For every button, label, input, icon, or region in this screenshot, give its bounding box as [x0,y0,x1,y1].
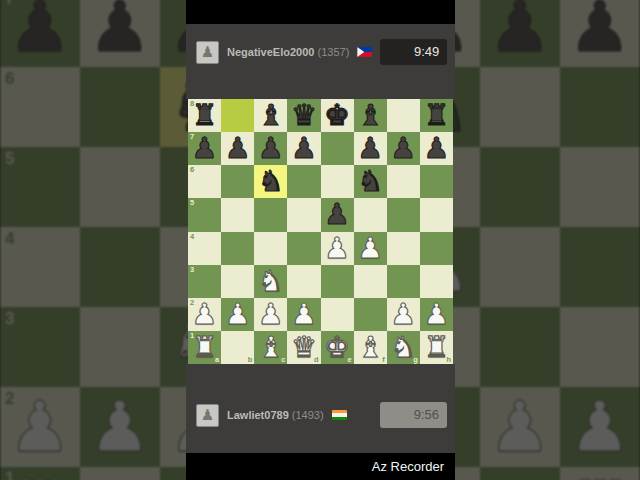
coord-rank-2: 2 [190,299,194,307]
square-b5[interactable] [221,198,254,231]
square-d5[interactable] [287,198,320,231]
coord-file-a: a [215,356,219,364]
clock-top-time: 9:49 [414,44,439,59]
avatar-top[interactable]: ♟ [196,41,219,64]
square-d1[interactable]: d♛ [287,331,320,364]
square-g7[interactable]: ♟ [387,132,420,165]
square-d6[interactable] [287,165,320,198]
square-h5[interactable] [420,198,453,231]
square-h1[interactable]: h♜ [420,331,453,364]
piece-white-pawn[interactable]: ♟ [390,300,416,329]
piece-black-pawn[interactable]: ♟ [192,134,218,163]
square-b1[interactable]: b [221,331,254,364]
piece-white-pawn[interactable]: ♟ [225,300,251,329]
square-g5[interactable] [387,198,420,231]
bottom-player-panel: ♟ Lawliet0789 (1493) 9:56 [186,364,455,453]
piece-white-pawn[interactable]: ♟ [291,300,317,329]
clock-bottom: 9:56 [380,402,447,428]
square-h3[interactable] [420,265,453,298]
square-c3[interactable]: ♞ [254,265,287,298]
square-e1[interactable]: e♚ [321,331,354,364]
clock-bottom-time: 9:56 [414,407,439,422]
piece-white-pawn[interactable]: ♟ [258,300,284,329]
piece-black-rook[interactable]: ♜ [423,101,449,130]
square-e5[interactable]: ♟ [321,198,354,231]
square-c8[interactable]: ♝ [254,99,287,132]
square-h2[interactable]: ♟ [420,298,453,331]
coord-rank-1: 1 [190,332,194,340]
default-avatar-icon: ♟ [201,45,214,60]
square-f4[interactable]: ♟ [354,232,387,265]
square-e7[interactable] [321,132,354,165]
piece-white-bishop[interactable]: ♝ [258,333,284,362]
square-c1[interactable]: c♝ [254,331,287,364]
square-b2[interactable]: ♟ [221,298,254,331]
chess-board: 8♜♝♛♚♝♜7♟♟♟♟♟♟♟6♞♞5♟4♟♟3♞2♟♟♟♟♟♟1a♜bc♝d♛… [188,99,453,364]
square-g6[interactable] [387,165,420,198]
coord-file-g: g [413,356,418,364]
piece-white-king[interactable]: ♚ [324,333,350,362]
square-d2[interactable]: ♟ [287,298,320,331]
clock-top: 9:49 [380,39,447,65]
square-f1[interactable]: f♝ [354,331,387,364]
piece-white-pawn[interactable]: ♟ [192,300,218,329]
square-f7[interactable]: ♟ [354,132,387,165]
piece-white-pawn[interactable]: ♟ [324,234,350,263]
coord-file-f: f [382,356,385,364]
square-g2[interactable]: ♟ [387,298,420,331]
screen: 8♜♝♛♚♝♜7♟♟♟♟♟♟♟6♞♞5♟4♟♟3♞2♟♟♟♟♟♟1a♜bc♝d♛… [0,0,640,480]
coord-file-c: c [281,356,285,364]
piece-black-pawn[interactable]: ♟ [423,134,449,163]
player-top-row[interactable]: ♟ NegativeElo2000 (1357) 9:49 [186,24,455,65]
player-top-name-line: NegativeElo2000 (1357) [227,46,349,58]
square-e2[interactable] [321,298,354,331]
coord-rank-6: 6 [190,166,194,174]
player-bottom-rating: (1493) [292,409,324,421]
square-h6[interactable] [420,165,453,198]
piece-black-bishop[interactable]: ♝ [258,101,284,130]
square-a2[interactable]: 2♟ [188,298,221,331]
square-f5[interactable] [354,198,387,231]
coord-file-e: e [347,356,351,364]
player-bottom-row[interactable]: ♟ Lawliet0789 (1493) 9:56 [186,364,455,428]
coord-rank-5: 5 [190,199,194,207]
bottom-letterbox-bar: Az Recorder [186,453,455,480]
square-a7[interactable]: 7♟ [188,132,221,165]
player-top-name: NegativeElo2000 [227,46,314,58]
piece-black-rook[interactable]: ♜ [192,101,218,130]
square-d8[interactable]: ♛ [287,99,320,132]
piece-white-bishop[interactable]: ♝ [357,333,383,362]
square-e6[interactable] [321,165,354,198]
player-bottom-name-line: Lawliet0789 (1493) [227,409,324,421]
coord-rank-3: 3 [190,266,194,274]
top-player-panel: ♟ NegativeElo2000 (1357) 9:49 [186,24,455,99]
square-e8[interactable]: ♚ [321,99,354,132]
square-b4[interactable] [221,232,254,265]
square-h7[interactable]: ♟ [420,132,453,165]
player-top-rating: (1357) [318,46,350,58]
square-f6[interactable]: ♞ [354,165,387,198]
square-d3[interactable] [287,265,320,298]
square-g8[interactable] [387,99,420,132]
piece-black-bishop[interactable]: ♝ [357,101,383,130]
square-b6[interactable] [221,165,254,198]
coord-rank-4: 4 [190,233,194,241]
piece-black-pawn[interactable]: ♟ [291,134,317,163]
square-h4[interactable] [420,232,453,265]
square-e4[interactable]: ♟ [321,232,354,265]
piece-black-pawn[interactable]: ♟ [357,134,383,163]
square-f8[interactable]: ♝ [354,99,387,132]
square-a3[interactable]: 3 [188,265,221,298]
square-f2[interactable] [354,298,387,331]
square-a6[interactable]: 6 [188,165,221,198]
square-f3[interactable] [354,265,387,298]
square-b7[interactable]: ♟ [221,132,254,165]
square-c6[interactable]: ♞ [254,165,287,198]
piece-white-knight[interactable]: ♞ [258,267,284,296]
piece-black-pawn[interactable]: ♟ [390,134,416,163]
square-e3[interactable] [321,265,354,298]
coord-rank-7: 7 [190,133,194,141]
square-a1[interactable]: 1a♜ [188,331,221,364]
top-letterbox-bar [186,0,455,24]
piece-white-pawn[interactable]: ♟ [357,234,383,263]
piece-black-queen[interactable]: ♛ [291,101,317,130]
square-d7[interactable]: ♟ [287,132,320,165]
coord-file-h: h [446,356,451,364]
square-g3[interactable] [387,265,420,298]
player-bottom-name: Lawliet0789 [227,409,289,421]
square-a8[interactable]: 8♜ [188,99,221,132]
india-flag-icon [332,410,347,420]
piece-black-knight[interactable]: ♞ [357,167,383,196]
default-avatar-icon: ♟ [201,408,214,423]
square-h8[interactable]: ♜ [420,99,453,132]
coord-file-d: d [314,356,319,364]
piece-black-knight[interactable]: ♞ [258,167,284,196]
piece-black-king[interactable]: ♚ [324,101,350,130]
avatar-bottom[interactable]: ♟ [196,404,219,427]
square-a4[interactable]: 4 [188,232,221,265]
square-g4[interactable] [387,232,420,265]
coord-rank-8: 8 [190,100,194,108]
square-a5[interactable]: 5 [188,198,221,231]
square-d4[interactable] [287,232,320,265]
piece-white-pawn[interactable]: ♟ [423,300,449,329]
square-c4[interactable] [254,232,287,265]
coord-file-b: b [248,356,253,364]
piece-black-pawn[interactable]: ♟ [324,200,350,229]
piece-black-pawn[interactable]: ♟ [258,134,284,163]
square-c7[interactable]: ♟ [254,132,287,165]
piece-black-pawn[interactable]: ♟ [225,134,251,163]
square-b3[interactable] [221,265,254,298]
chess-app-column: ♟ NegativeElo2000 (1357) 9:49 8♜♝♛♚♝♜7♟♟… [186,0,455,480]
piece-white-rook[interactable]: ♜ [192,333,218,362]
recorder-watermark: Az Recorder [372,459,444,474]
square-c5[interactable] [254,198,287,231]
square-g1[interactable]: g♞ [387,331,420,364]
square-c2[interactable]: ♟ [254,298,287,331]
philippines-flag-icon [357,47,372,57]
square-b8[interactable] [221,99,254,132]
